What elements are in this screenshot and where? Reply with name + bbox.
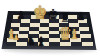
piece-black-pawn[interactable]: ♟ (17, 10, 25, 21)
piece-white-pawn[interactable]: ♟ (12, 34, 18, 42)
piece-black-pawn[interactable]: ♟ (76, 11, 84, 22)
piece-black-king[interactable]: ♚ (47, 7, 58, 21)
piece-black-knight[interactable]: ♞ (26, 35, 35, 47)
piece-white-king[interactable]: ♚ (32, 3, 46, 22)
piece-black-bishop[interactable]: ♝ (36, 35, 46, 48)
pieces-layer: ♚♚♟♟♜♞♝♟♝♛♞♝ (0, 0, 100, 56)
piece-white-queen[interactable]: ♛ (58, 25, 72, 43)
photo-background: ♚♚♟♟♜♞♝♟♝♛♞♝ (0, 0, 100, 56)
